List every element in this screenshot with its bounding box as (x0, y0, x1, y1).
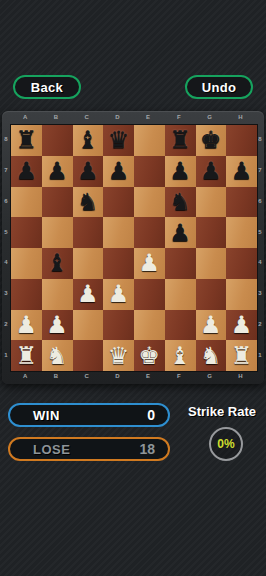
square-d2[interactable] (103, 310, 134, 341)
square-e7[interactable] (134, 156, 165, 187)
piece-black-knight[interactable]: ♞ (169, 190, 191, 214)
square-a8[interactable]: ♜ (11, 125, 42, 156)
square-a1[interactable]: ♜ (11, 340, 42, 371)
square-a4[interactable] (11, 248, 42, 279)
rank-label: 8 (2, 124, 10, 155)
file-label: F (164, 114, 195, 120)
square-e5[interactable] (134, 217, 165, 248)
piece-black-pawn[interactable]: ♟ (169, 221, 191, 245)
square-b6[interactable] (42, 187, 73, 218)
square-d1[interactable]: ♛ (103, 340, 134, 371)
square-f4[interactable] (165, 248, 196, 279)
square-g3[interactable] (196, 279, 227, 310)
piece-black-pawn[interactable]: ♟ (77, 159, 99, 183)
strike-rate-value: 0% (217, 437, 234, 451)
piece-black-queen[interactable]: ♛ (108, 128, 130, 152)
square-c2[interactable] (73, 310, 104, 341)
square-f2[interactable] (165, 310, 196, 341)
square-a3[interactable] (11, 279, 42, 310)
file-label: F (164, 373, 195, 379)
piece-black-pawn[interactable]: ♟ (169, 159, 191, 183)
app-screen: Back Undo ABCDEFGH 87654321 87654321 ♜♝♛… (0, 0, 266, 576)
rank-label: 1 (2, 339, 10, 370)
lose-value: 18 (139, 441, 155, 457)
piece-black-pawn[interactable]: ♟ (16, 159, 38, 183)
square-c7[interactable]: ♟ (73, 156, 104, 187)
lose-label: LOSE (33, 442, 70, 457)
piece-white-pawn[interactable]: ♟ (108, 282, 130, 306)
square-d7[interactable]: ♟ (103, 156, 134, 187)
rank-label: 6 (2, 186, 10, 217)
rank-label: 7 (2, 155, 10, 186)
square-b8[interactable] (42, 125, 73, 156)
square-h3[interactable] (226, 279, 257, 310)
file-label: G (195, 114, 226, 120)
square-e8[interactable] (134, 125, 165, 156)
piece-white-queen[interactable]: ♛ (108, 344, 130, 368)
square-g2[interactable]: ♟ (196, 310, 227, 341)
square-c3[interactable]: ♟ (73, 279, 104, 310)
square-d5[interactable] (103, 217, 134, 248)
square-a2[interactable]: ♟ (11, 310, 42, 341)
square-d4[interactable] (103, 248, 134, 279)
square-h5[interactable] (226, 217, 257, 248)
square-b3[interactable] (42, 279, 73, 310)
square-a7[interactable]: ♟ (11, 156, 42, 187)
square-c6[interactable]: ♞ (73, 187, 104, 218)
lose-pill: LOSE 18 (8, 437, 170, 461)
piece-black-king[interactable]: ♚ (200, 128, 222, 152)
square-h4[interactable] (226, 248, 257, 279)
square-b7[interactable]: ♟ (42, 156, 73, 187)
piece-white-pawn[interactable]: ♟ (46, 313, 68, 337)
file-label: G (195, 373, 226, 379)
piece-white-knight[interactable]: ♞ (200, 344, 222, 368)
square-a5[interactable] (11, 217, 42, 248)
file-label: E (133, 114, 164, 120)
back-button[interactable]: Back (13, 75, 81, 99)
square-h8[interactable] (226, 125, 257, 156)
square-g5[interactable] (196, 217, 227, 248)
square-d6[interactable] (103, 187, 134, 218)
undo-button[interactable]: Undo (185, 75, 253, 99)
piece-white-pawn[interactable]: ♟ (16, 313, 38, 337)
rank-label: 3 (2, 278, 10, 309)
square-g4[interactable] (196, 248, 227, 279)
square-c8[interactable]: ♝ (73, 125, 104, 156)
square-h1[interactable]: ♜ (226, 340, 257, 371)
file-label: B (41, 114, 72, 120)
square-f1[interactable]: ♝ (165, 340, 196, 371)
square-e6[interactable] (134, 187, 165, 218)
piece-white-rook[interactable]: ♜ (16, 344, 38, 368)
square-a6[interactable] (11, 187, 42, 218)
square-b5[interactable] (42, 217, 73, 248)
square-b2[interactable]: ♟ (42, 310, 73, 341)
square-c1[interactable] (73, 340, 104, 371)
file-label: B (41, 373, 72, 379)
square-e3[interactable] (134, 279, 165, 310)
piece-white-king[interactable]: ♚ (139, 344, 161, 368)
rank-label: 2 (2, 309, 10, 340)
square-f7[interactable]: ♟ (165, 156, 196, 187)
file-label: A (10, 114, 41, 120)
square-g6[interactable] (196, 187, 227, 218)
square-d3[interactable]: ♟ (103, 279, 134, 310)
square-h2[interactable]: ♟ (226, 310, 257, 341)
piece-black-pawn[interactable]: ♟ (231, 159, 253, 183)
strike-rate-circle: 0% (209, 427, 243, 461)
piece-white-pawn[interactable]: ♟ (139, 251, 161, 275)
piece-black-knight[interactable]: ♞ (77, 190, 99, 214)
square-f3[interactable] (165, 279, 196, 310)
win-label: WIN (33, 408, 60, 423)
file-labels-bottom: ABCDEFGH (10, 373, 256, 379)
piece-black-rook[interactable]: ♜ (169, 128, 191, 152)
chess-board: ♜♝♛♜♚♟♟♟♟♟♟♟♞♞♟♝♟♟♟♟♟♟♟♜♞♛♚♝♞♜ (10, 124, 258, 372)
square-g7[interactable]: ♟ (196, 156, 227, 187)
rank-label: 5 (2, 216, 10, 247)
file-label: D (102, 373, 133, 379)
square-f5[interactable]: ♟ (165, 217, 196, 248)
rank-label: 4 (2, 247, 10, 278)
piece-white-pawn[interactable]: ♟ (200, 313, 222, 337)
square-h6[interactable] (226, 187, 257, 218)
file-label: C (72, 114, 103, 120)
square-d8[interactable]: ♛ (103, 125, 134, 156)
square-c5[interactable] (73, 217, 104, 248)
square-b4[interactable]: ♝ (42, 248, 73, 279)
strike-rate-label: Strike Rate (178, 404, 266, 419)
piece-black-pawn[interactable]: ♟ (200, 159, 222, 183)
rank-labels-left: 87654321 (2, 124, 10, 370)
piece-white-rook[interactable]: ♜ (231, 344, 253, 368)
piece-white-pawn[interactable]: ♟ (231, 313, 253, 337)
square-g8[interactable]: ♚ (196, 125, 227, 156)
piece-black-pawn[interactable]: ♟ (108, 159, 130, 183)
file-label: A (10, 373, 41, 379)
win-pill: WIN 0 (8, 403, 170, 427)
piece-white-pawn[interactable]: ♟ (77, 282, 99, 306)
piece-black-pawn[interactable]: ♟ (46, 159, 68, 183)
file-label: H (225, 373, 256, 379)
win-value: 0 (147, 407, 155, 423)
piece-white-knight[interactable]: ♞ (46, 344, 68, 368)
file-labels-top: ABCDEFGH (10, 114, 256, 120)
square-e4[interactable]: ♟ (134, 248, 165, 279)
square-f6[interactable]: ♞ (165, 187, 196, 218)
square-b1[interactable]: ♞ (42, 340, 73, 371)
file-label: E (133, 373, 164, 379)
square-f8[interactable]: ♜ (165, 125, 196, 156)
square-e1[interactable]: ♚ (134, 340, 165, 371)
board-frame: ABCDEFGH 87654321 87654321 ♜♝♛♜♚♟♟♟♟♟♟♟♞… (2, 111, 264, 384)
square-h7[interactable]: ♟ (226, 156, 257, 187)
square-c4[interactable] (73, 248, 104, 279)
piece-white-bishop[interactable]: ♝ (169, 344, 191, 368)
square-g1[interactable]: ♞ (196, 340, 227, 371)
file-label: H (225, 114, 256, 120)
square-e2[interactable] (134, 310, 165, 341)
file-label: D (102, 114, 133, 120)
piece-black-bishop[interactable]: ♝ (46, 251, 68, 275)
piece-black-bishop[interactable]: ♝ (77, 128, 99, 152)
file-label: C (72, 373, 103, 379)
piece-black-rook[interactable]: ♜ (16, 128, 38, 152)
